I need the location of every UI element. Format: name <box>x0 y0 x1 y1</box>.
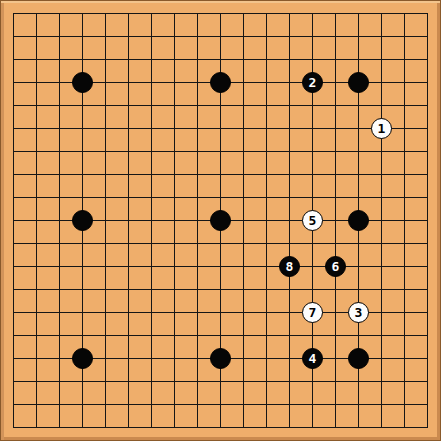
stone-O16-move-2: 2 <box>302 72 323 93</box>
stone-Q16 <box>348 72 369 93</box>
stone-Q10 <box>348 210 369 231</box>
stone-D4 <box>72 348 93 369</box>
go-board: 21586734 <box>0 0 441 441</box>
stone-O6-move-7: 7 <box>302 302 323 323</box>
stone-D16 <box>72 72 93 93</box>
stone-P8-move-6: 6 <box>325 256 346 277</box>
stone-Q6-move-3: 3 <box>348 302 369 323</box>
move-number-label: 6 <box>332 260 340 273</box>
stone-K16 <box>210 72 231 93</box>
move-number-label: 1 <box>378 122 386 135</box>
move-number-label: 8 <box>286 260 294 273</box>
stone-D10 <box>72 210 93 231</box>
stones-layer: 21586734 <box>0 0 441 441</box>
stone-N8-move-8: 8 <box>279 256 300 277</box>
move-number-label: 2 <box>309 76 317 89</box>
stone-K4 <box>210 348 231 369</box>
stone-O4-move-4: 4 <box>302 348 323 369</box>
stone-O10-move-5: 5 <box>302 210 323 231</box>
move-number-label: 3 <box>355 306 363 319</box>
stone-K10 <box>210 210 231 231</box>
move-number-label: 4 <box>309 352 317 365</box>
move-number-label: 7 <box>309 306 317 319</box>
move-number-label: 5 <box>309 214 317 227</box>
stone-Q4 <box>348 348 369 369</box>
stone-R14-move-1: 1 <box>371 118 392 139</box>
